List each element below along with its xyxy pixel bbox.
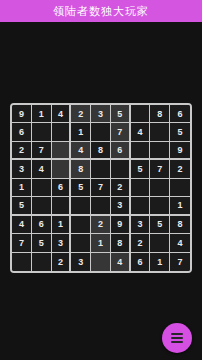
menu-fab-button[interactable] bbox=[162, 323, 192, 353]
cell-r3c4[interactable]: 4 bbox=[71, 142, 91, 160]
cell-r3c8[interactable] bbox=[150, 142, 170, 160]
menu-icon bbox=[171, 333, 183, 335]
cell-r7c7[interactable]: 3 bbox=[131, 216, 151, 234]
cell-r3c9[interactable]: 9 bbox=[170, 142, 190, 160]
cell-r4c4[interactable]: 8 bbox=[71, 160, 91, 178]
cell-r4c1[interactable]: 3 bbox=[12, 160, 32, 178]
cell-r9c9[interactable]: 7 bbox=[170, 253, 190, 271]
cell-r2c9[interactable]: 5 bbox=[170, 123, 190, 141]
cell-r5c4[interactable]: 5 bbox=[71, 179, 91, 197]
cell-r3c6[interactable]: 6 bbox=[111, 142, 131, 160]
cell-r5c2[interactable] bbox=[32, 179, 52, 197]
cell-r2c8[interactable] bbox=[150, 123, 170, 141]
cell-r1c6[interactable]: 5 bbox=[111, 105, 131, 123]
cell-r9c4[interactable]: 3 bbox=[71, 253, 91, 271]
cell-r8c1[interactable]: 7 bbox=[12, 234, 32, 252]
cell-r6c8[interactable] bbox=[150, 197, 170, 215]
cell-r3c5[interactable]: 8 bbox=[91, 142, 111, 160]
cell-r5c8[interactable] bbox=[150, 179, 170, 197]
cell-r1c9[interactable]: 6 bbox=[170, 105, 190, 123]
cell-r8c3[interactable]: 3 bbox=[52, 234, 72, 252]
cell-r7c3[interactable]: 1 bbox=[52, 216, 72, 234]
cell-r6c1[interactable]: 5 bbox=[12, 197, 32, 215]
cell-r6c2[interactable] bbox=[32, 197, 52, 215]
cell-r2c6[interactable]: 7 bbox=[111, 123, 131, 141]
cell-r2c1[interactable]: 6 bbox=[12, 123, 32, 141]
cell-r1c1[interactable]: 9 bbox=[12, 105, 32, 123]
cell-r4c9[interactable]: 2 bbox=[170, 160, 190, 178]
cell-r7c2[interactable]: 6 bbox=[32, 216, 52, 234]
cell-r7c6[interactable]: 9 bbox=[111, 216, 131, 234]
cell-r1c3[interactable]: 4 bbox=[52, 105, 72, 123]
cell-r3c1[interactable]: 2 bbox=[12, 142, 32, 160]
cell-r8c6[interactable]: 8 bbox=[111, 234, 131, 252]
cell-r6c3[interactable] bbox=[52, 197, 72, 215]
cell-r9c6[interactable]: 4 bbox=[111, 253, 131, 271]
cell-r7c8[interactable]: 5 bbox=[150, 216, 170, 234]
cell-r1c8[interactable]: 8 bbox=[150, 105, 170, 123]
cell-r1c4[interactable]: 2 bbox=[71, 105, 91, 123]
cell-r5c1[interactable]: 1 bbox=[12, 179, 32, 197]
cell-r6c5[interactable] bbox=[91, 197, 111, 215]
cell-r5c9[interactable] bbox=[170, 179, 190, 197]
app-title: 领陆者数独大玩家 bbox=[53, 4, 149, 19]
cell-r2c5[interactable] bbox=[91, 123, 111, 141]
cell-r5c6[interactable]: 2 bbox=[111, 179, 131, 197]
cell-r7c4[interactable] bbox=[71, 216, 91, 234]
cell-r3c2[interactable]: 7 bbox=[32, 142, 52, 160]
cell-r4c7[interactable]: 5 bbox=[131, 160, 151, 178]
cell-r1c2[interactable]: 1 bbox=[32, 105, 52, 123]
cell-r5c7[interactable] bbox=[131, 179, 151, 197]
cell-r8c4[interactable] bbox=[71, 234, 91, 252]
cell-r6c9[interactable]: 1 bbox=[170, 197, 190, 215]
app-title-bar: 领陆者数独大玩家 bbox=[0, 0, 202, 22]
cell-r9c8[interactable]: 1 bbox=[150, 253, 170, 271]
cell-r5c3[interactable]: 6 bbox=[52, 179, 72, 197]
cell-r7c1[interactable]: 4 bbox=[12, 216, 32, 234]
cell-r2c3[interactable] bbox=[52, 123, 72, 141]
cell-r6c6[interactable]: 3 bbox=[111, 197, 131, 215]
cell-r3c3[interactable] bbox=[52, 142, 72, 160]
cell-r2c7[interactable]: 4 bbox=[131, 123, 151, 141]
cell-r9c2[interactable] bbox=[32, 253, 52, 271]
cell-r4c2[interactable]: 4 bbox=[32, 160, 52, 178]
cell-r1c5[interactable]: 3 bbox=[91, 105, 111, 123]
cell-r5c5[interactable]: 7 bbox=[91, 179, 111, 197]
cell-r7c5[interactable]: 2 bbox=[91, 216, 111, 234]
cell-r9c1[interactable] bbox=[12, 253, 32, 271]
cell-r4c5[interactable] bbox=[91, 160, 111, 178]
cell-r6c4[interactable] bbox=[71, 197, 91, 215]
cell-r8c9[interactable]: 4 bbox=[170, 234, 190, 252]
cell-r7c9[interactable]: 8 bbox=[170, 216, 190, 234]
cell-r8c7[interactable]: 2 bbox=[131, 234, 151, 252]
cell-r3c7[interactable] bbox=[131, 142, 151, 160]
sudoku-board: 9142358661745274869348572165725314612935… bbox=[10, 103, 192, 273]
cell-r4c8[interactable]: 7 bbox=[150, 160, 170, 178]
cell-r9c7[interactable]: 6 bbox=[131, 253, 151, 271]
cell-r9c3[interactable]: 2 bbox=[52, 253, 72, 271]
cell-r1c7[interactable] bbox=[131, 105, 151, 123]
cell-r2c2[interactable] bbox=[32, 123, 52, 141]
cell-r4c3[interactable] bbox=[52, 160, 72, 178]
cell-r4c6[interactable] bbox=[111, 160, 131, 178]
cell-r8c2[interactable]: 5 bbox=[32, 234, 52, 252]
cell-r9c5[interactable] bbox=[91, 253, 111, 271]
cell-r2c4[interactable]: 1 bbox=[71, 123, 91, 141]
cell-r8c8[interactable] bbox=[150, 234, 170, 252]
cell-r6c7[interactable] bbox=[131, 197, 151, 215]
cell-r8c5[interactable]: 1 bbox=[91, 234, 111, 252]
